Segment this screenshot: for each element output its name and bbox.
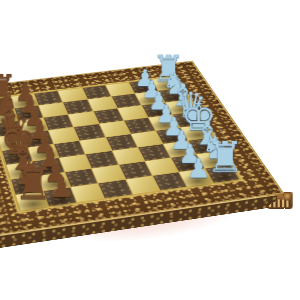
white-rook[interactable]: ♜ bbox=[4, 161, 63, 205]
black-pawn[interactable]: ♟ bbox=[170, 155, 227, 182]
square-d4[interactable] bbox=[74, 124, 104, 140]
square-h1[interactable]: ♜ bbox=[16, 191, 48, 210]
chess-board: ♜♟♟♜♞♟♟♞♝♟♟♝♛♟♟♛♚♟♟♚♝♟♟♝♞♟♟♞♜♟♟♜ bbox=[0, 61, 284, 237]
board-frame: ♜♟♟♜♞♟♟♞♝♟♟♝♛♟♟♛♚♟♟♚♝♟♟♝♞♟♟♞♜♟♟♜ bbox=[0, 61, 284, 237]
square-e5[interactable] bbox=[106, 134, 137, 150]
square-h7[interactable]: ♟ bbox=[179, 169, 213, 187]
chess-set-photo: ♜♟♟♜♞♟♟♞♝♟♟♝♛♟♟♛♚♟♟♚♝♟♟♝♞♟♟♞♜♟♟♜ bbox=[0, 0, 300, 300]
board-grid: ♜♟♟♜♞♟♟♞♝♟♟♝♛♟♟♛♚♟♟♚♝♟♟♝♞♟♟♞♜♟♟♜ bbox=[0, 76, 242, 212]
